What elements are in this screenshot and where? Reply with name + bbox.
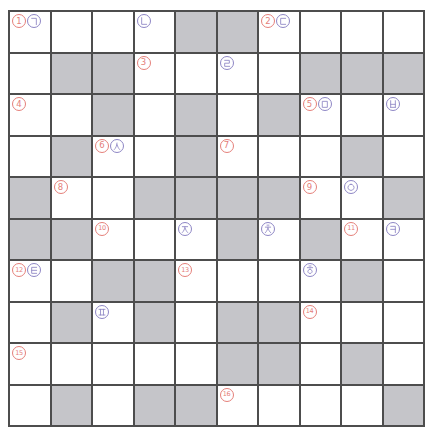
cell-r6c10[interactable] xyxy=(384,220,424,260)
cell-r10c6[interactable]: 16 xyxy=(218,386,258,426)
cell-r7c6[interactable] xyxy=(218,261,258,301)
answer-letter-nieun-icon xyxy=(137,14,151,28)
cell-r7c9 xyxy=(342,261,382,301)
cell-r2c5[interactable] xyxy=(176,54,216,94)
cell-r7c7[interactable] xyxy=(259,261,299,301)
clue-number-11: 11 xyxy=(344,222,358,236)
cell-r6c6 xyxy=(218,220,258,260)
cell-r2c1[interactable] xyxy=(10,54,50,94)
cell-r8c7 xyxy=(259,303,299,343)
cell-r2c4[interactable]: 3 xyxy=(135,54,175,94)
cell-r5c9[interactable] xyxy=(342,178,382,218)
clue-number-13: 13 xyxy=(178,263,192,277)
cell-marks: 1 xyxy=(12,14,41,28)
cell-r3c5 xyxy=(176,95,216,135)
cell-marks: 15 xyxy=(12,346,26,360)
cell-r10c3[interactable] xyxy=(93,386,133,426)
answer-letter-chieut-icon xyxy=(261,222,275,236)
cell-r5c3[interactable] xyxy=(93,178,133,218)
cell-r10c2 xyxy=(52,386,92,426)
cell-marks: 2 xyxy=(261,14,290,28)
clue-number-15: 15 xyxy=(12,346,26,360)
cell-marks xyxy=(220,56,234,70)
cell-r6c1 xyxy=(10,220,50,260)
cell-marks: 4 xyxy=(12,97,26,111)
cell-r1c8[interactable] xyxy=(301,12,341,52)
clue-number-8: 8 xyxy=(54,180,68,194)
cell-r3c2[interactable] xyxy=(52,95,92,135)
cell-r3c1[interactable]: 4 xyxy=(10,95,50,135)
cell-r1c4[interactable] xyxy=(135,12,175,52)
cell-r5c1 xyxy=(10,178,50,218)
cell-r5c7 xyxy=(259,178,299,218)
cell-r8c3[interactable] xyxy=(93,303,133,343)
cell-r4c3[interactable]: 6 xyxy=(93,137,133,177)
cell-r6c8 xyxy=(301,220,341,260)
cell-r2c2 xyxy=(52,54,92,94)
cell-r2c8 xyxy=(301,54,341,94)
cell-r6c3[interactable]: 10 xyxy=(93,220,133,260)
cell-r1c7[interactable]: 2 xyxy=(259,12,299,52)
clue-number-3: 3 xyxy=(137,56,151,70)
clue-number-1: 1 xyxy=(12,14,26,28)
answer-letter-ieung-icon xyxy=(344,180,358,194)
answer-letter-hieut-icon xyxy=(303,263,317,277)
cell-marks: 16 xyxy=(220,388,234,402)
cell-r3c3 xyxy=(93,95,133,135)
cell-r2c6[interactable] xyxy=(218,54,258,94)
cell-r6c9[interactable]: 11 xyxy=(342,220,382,260)
cell-marks: 5 xyxy=(303,97,332,111)
cell-r2c9 xyxy=(342,54,382,94)
cell-r4c8[interactable] xyxy=(301,137,341,177)
clue-number-2: 2 xyxy=(261,14,275,28)
cell-r3c8[interactable]: 5 xyxy=(301,95,341,135)
cell-marks xyxy=(261,222,275,236)
cell-r3c7 xyxy=(259,95,299,135)
cell-r9c9 xyxy=(342,344,382,384)
cell-r7c10[interactable] xyxy=(384,261,424,301)
cell-r7c8[interactable] xyxy=(301,261,341,301)
cell-r8c2 xyxy=(52,303,92,343)
cell-marks: 3 xyxy=(137,56,151,70)
cell-r5c5 xyxy=(176,178,216,218)
cell-r8c4 xyxy=(135,303,175,343)
answer-letter-mieum-icon xyxy=(318,97,332,111)
cell-r9c1[interactable]: 15 xyxy=(10,344,50,384)
answer-letter-jieut-icon xyxy=(178,222,192,236)
cell-r6c2 xyxy=(52,220,92,260)
answer-letter-siot-icon xyxy=(110,139,124,153)
cell-r10c7[interactable] xyxy=(259,386,299,426)
cell-marks xyxy=(386,222,400,236)
cell-r9c6 xyxy=(218,344,258,384)
cell-r8c5[interactable] xyxy=(176,303,216,343)
cell-marks: 8 xyxy=(54,180,68,194)
cell-marks: 11 xyxy=(344,222,358,236)
cell-r6c7[interactable] xyxy=(259,220,299,260)
cell-r3c10[interactable] xyxy=(384,95,424,135)
cell-r1c2[interactable] xyxy=(52,12,92,52)
cell-r10c9[interactable] xyxy=(342,386,382,426)
cell-r5c8[interactable]: 9 xyxy=(301,178,341,218)
cell-r4c9 xyxy=(342,137,382,177)
cell-r9c8[interactable] xyxy=(301,344,341,384)
cell-r8c6 xyxy=(218,303,258,343)
cell-marks: 10 xyxy=(95,222,109,236)
clue-number-9: 9 xyxy=(303,180,317,194)
cell-r4c2 xyxy=(52,137,92,177)
cell-r1c6 xyxy=(218,12,258,52)
cell-marks xyxy=(178,222,192,236)
cell-r7c1[interactable]: 12 xyxy=(10,261,50,301)
cell-r5c6 xyxy=(218,178,258,218)
cell-r4c7[interactable] xyxy=(259,137,299,177)
cell-marks xyxy=(137,14,151,28)
cell-r9c5[interactable] xyxy=(176,344,216,384)
cell-r2c7[interactable] xyxy=(259,54,299,94)
cell-r6c4[interactable] xyxy=(135,220,175,260)
cell-r4c5 xyxy=(176,137,216,177)
cell-marks: 9 xyxy=(303,180,317,194)
cell-r10c5 xyxy=(176,386,216,426)
cell-marks xyxy=(303,263,317,277)
cell-r2c10 xyxy=(384,54,424,94)
cell-r7c5[interactable]: 13 xyxy=(176,261,216,301)
cell-r7c4 xyxy=(135,261,175,301)
cell-r1c1[interactable]: 1 xyxy=(10,12,50,52)
cell-r8c9[interactable] xyxy=(342,303,382,343)
clue-number-12: 12 xyxy=(12,263,26,277)
clue-number-10: 10 xyxy=(95,222,109,236)
cell-r7c3 xyxy=(93,261,133,301)
cell-marks: 6 xyxy=(95,139,124,153)
cell-r10c8[interactable] xyxy=(301,386,341,426)
crossword-board: 12345678910111213141516 xyxy=(8,10,425,427)
cell-r1c9[interactable] xyxy=(342,12,382,52)
cell-r7c2[interactable] xyxy=(52,261,92,301)
cell-marks: 7 xyxy=(220,139,234,153)
clue-number-7: 7 xyxy=(220,139,234,153)
cell-r8c8[interactable]: 14 xyxy=(301,303,341,343)
answer-letter-digeut-icon xyxy=(276,14,290,28)
cell-r9c2[interactable] xyxy=(52,344,92,384)
cell-r9c10[interactable] xyxy=(384,344,424,384)
cell-marks xyxy=(95,305,109,319)
cell-r8c10[interactable] xyxy=(384,303,424,343)
cell-r3c4[interactable] xyxy=(135,95,175,135)
cell-r1c3[interactable] xyxy=(93,12,133,52)
clue-number-6: 6 xyxy=(95,139,109,153)
cell-marks xyxy=(344,180,358,194)
cell-r5c4 xyxy=(135,178,175,218)
cell-r10c1[interactable] xyxy=(10,386,50,426)
cell-r4c10[interactable] xyxy=(384,137,424,177)
cell-r9c3[interactable] xyxy=(93,344,133,384)
cell-r1c5 xyxy=(176,12,216,52)
cell-r5c2[interactable]: 8 xyxy=(52,178,92,218)
cell-r8c1[interactable] xyxy=(10,303,50,343)
cell-r3c6[interactable] xyxy=(218,95,258,135)
cell-r10c4 xyxy=(135,386,175,426)
answer-letter-tieut-icon xyxy=(27,263,41,277)
clue-number-16: 16 xyxy=(220,388,234,402)
cell-r9c4[interactable] xyxy=(135,344,175,384)
cell-r4c4[interactable] xyxy=(135,137,175,177)
clue-number-4: 4 xyxy=(12,97,26,111)
answer-letter-kieuk-icon xyxy=(386,222,400,236)
answer-letter-rieul-icon xyxy=(220,56,234,70)
cell-marks: 13 xyxy=(178,263,192,277)
answer-letter-pieup-icon xyxy=(95,305,109,319)
cell-marks xyxy=(386,97,400,111)
clue-number-14: 14 xyxy=(303,305,317,319)
cell-marks: 14 xyxy=(303,305,317,319)
cell-r1c10[interactable] xyxy=(384,12,424,52)
answer-letter-giyeok-icon xyxy=(27,14,41,28)
cell-r2c3 xyxy=(93,54,133,94)
cell-r4c6[interactable]: 7 xyxy=(218,137,258,177)
cell-r3c9[interactable] xyxy=(342,95,382,135)
answer-letter-bieup-icon xyxy=(386,97,400,111)
cell-r10c10 xyxy=(384,386,424,426)
cell-marks: 12 xyxy=(12,263,41,277)
cell-r5c10 xyxy=(384,178,424,218)
clue-number-5: 5 xyxy=(303,97,317,111)
cell-r6c5[interactable] xyxy=(176,220,216,260)
cell-r9c7 xyxy=(259,344,299,384)
cell-r4c1[interactable] xyxy=(10,137,50,177)
